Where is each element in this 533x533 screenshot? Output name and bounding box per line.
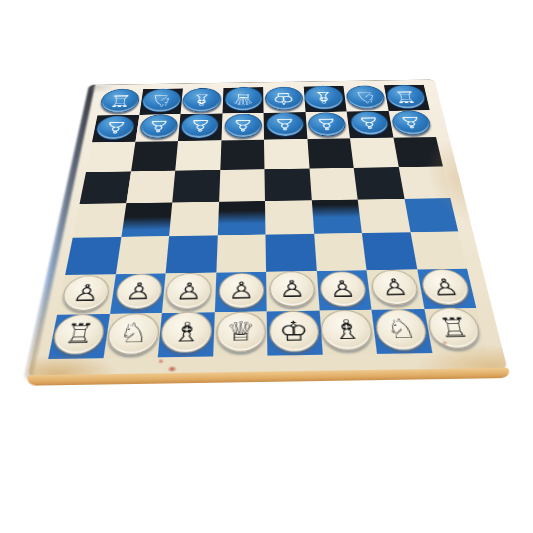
- photo-scene: ♖♘♗♕♔♗♘♖♙♙♙♙♙♙♙♙♙♙♙♙♙♙♙♙♖♘♗♕♔♗♘♖: [0, 0, 533, 533]
- piece-black-bishop-c8[interactable]: ♗: [182, 88, 222, 112]
- white-queen-icon: ♕: [226, 318, 256, 346]
- black-pawn-icon: ♙: [399, 115, 424, 131]
- square-f7[interactable]: ♙: [305, 111, 350, 139]
- square-d1[interactable]: ♕: [213, 312, 268, 357]
- square-c8[interactable]: ♗: [181, 88, 224, 114]
- square-f6[interactable]: [307, 139, 354, 169]
- square-d8[interactable]: ♕: [222, 87, 264, 113]
- white-pawn-icon: ♙: [328, 277, 357, 301]
- black-pawn-icon: ♙: [274, 116, 297, 132]
- square-g3[interactable]: [362, 232, 417, 270]
- piece-black-king-e8[interactable]: ♔: [265, 86, 304, 110]
- square-g4[interactable]: [358, 198, 410, 233]
- square-g8[interactable]: ♘: [343, 85, 388, 111]
- piece-black-pawn-b7[interactable]: ♙: [138, 114, 178, 139]
- black-bishop-icon: ♗: [190, 92, 214, 108]
- piece-white-pawn-e2[interactable]: ♙: [269, 271, 316, 307]
- square-h2[interactable]: ♙: [417, 269, 477, 310]
- piece-white-king-e1[interactable]: ♔: [268, 311, 320, 352]
- square-e4[interactable]: [265, 200, 314, 235]
- white-bishop-icon: ♗: [330, 316, 363, 344]
- piece-white-rook-h1[interactable]: ♖: [425, 308, 483, 349]
- square-a6[interactable]: [86, 142, 135, 172]
- piece-white-pawn-f2[interactable]: ♙: [319, 271, 368, 307]
- square-b2[interactable]: ♙: [109, 273, 165, 314]
- black-pawn-icon: ♙: [103, 119, 128, 135]
- piece-white-bishop-c1[interactable]: ♗: [160, 312, 213, 353]
- square-f5[interactable]: [309, 168, 358, 200]
- piece-white-rook-a1[interactable]: ♖: [50, 314, 107, 356]
- square-a1[interactable]: ♖: [48, 314, 109, 359]
- square-g2[interactable]: ♙: [367, 269, 424, 310]
- square-g5[interactable]: [354, 167, 404, 199]
- square-b5[interactable]: [126, 171, 175, 203]
- white-pawn-icon: ♙: [278, 277, 306, 301]
- square-a4[interactable]: [73, 203, 126, 238]
- black-pawn-icon: ♙: [189, 118, 212, 134]
- square-b4[interactable]: [121, 202, 172, 237]
- square-b7[interactable]: ♙: [135, 114, 181, 142]
- piece-white-pawn-g2[interactable]: ♙: [370, 269, 421, 305]
- piece-black-pawn-f7[interactable]: ♙: [307, 112, 347, 137]
- square-g1[interactable]: ♘: [372, 309, 432, 354]
- square-h5[interactable]: [398, 166, 450, 198]
- black-queen-icon: ♕: [232, 91, 255, 107]
- black-king-icon: ♔: [272, 90, 295, 106]
- board-side-edge: [26, 368, 511, 386]
- black-knight-icon: ♘: [149, 92, 174, 108]
- square-a8[interactable]: ♖: [97, 89, 142, 115]
- board-grid: ♖♘♗♕♔♗♘♖♙♙♙♙♙♙♙♙♙♙♙♙♙♙♙♙♖♘♗♕♔♗♘♖: [48, 85, 487, 359]
- white-knight-icon: ♘: [384, 316, 418, 344]
- square-a2[interactable]: ♙: [57, 274, 115, 315]
- square-d4[interactable]: [217, 201, 265, 236]
- square-c4[interactable]: [169, 201, 219, 236]
- white-pawn-icon: ♙: [71, 281, 102, 305]
- square-h3[interactable]: [410, 232, 467, 270]
- piece-white-pawn-d2[interactable]: ♙: [218, 273, 264, 309]
- white-pawn-icon: ♙: [175, 279, 203, 303]
- white-knight-icon: ♘: [117, 320, 150, 348]
- square-e2[interactable]: ♙: [266, 271, 319, 312]
- black-rook-icon: ♖: [393, 89, 419, 105]
- piece-white-knight-g1[interactable]: ♘: [374, 309, 430, 350]
- square-b6[interactable]: [131, 141, 178, 171]
- square-f3[interactable]: [314, 233, 367, 271]
- white-pawn-icon: ♙: [228, 279, 255, 303]
- square-e5[interactable]: [264, 168, 311, 200]
- piece-black-knight-g8[interactable]: ♘: [345, 85, 387, 109]
- square-d2[interactable]: ♙: [214, 272, 266, 313]
- piece-white-pawn-h2[interactable]: ♙: [419, 269, 472, 305]
- white-king-icon: ♔: [278, 318, 309, 346]
- square-h1[interactable]: ♖: [424, 309, 487, 354]
- square-c7[interactable]: ♙: [178, 113, 222, 141]
- piece-white-pawn-b2[interactable]: ♙: [114, 273, 163, 309]
- piece-black-rook-h8[interactable]: ♖: [385, 85, 428, 109]
- white-rook-icon: ♖: [436, 314, 471, 341]
- piece-black-pawn-d7[interactable]: ♙: [224, 113, 262, 138]
- square-f4[interactable]: [311, 199, 362, 234]
- square-e6[interactable]: [264, 139, 309, 169]
- square-c1[interactable]: ♗: [158, 313, 215, 358]
- square-h4[interactable]: [404, 198, 458, 233]
- piece-black-pawn-a7[interactable]: ♙: [94, 115, 135, 140]
- black-bishop-icon: ♗: [312, 89, 336, 105]
- piece-black-queen-d8[interactable]: ♕: [224, 87, 263, 111]
- piece-white-pawn-c2[interactable]: ♙: [165, 273, 213, 309]
- square-b1[interactable]: ♘: [103, 313, 162, 358]
- square-e3[interactable]: [265, 234, 316, 272]
- white-pawn-icon: ♙: [430, 275, 461, 299]
- square-h8[interactable]: ♖: [384, 85, 430, 111]
- white-bishop-icon: ♗: [170, 318, 202, 346]
- square-b8[interactable]: ♘: [139, 88, 183, 114]
- square-c2[interactable]: ♙: [162, 272, 216, 313]
- square-d5[interactable]: [219, 169, 265, 201]
- square-d3[interactable]: [216, 235, 266, 273]
- piece-black-pawn-g7[interactable]: ♙: [349, 111, 390, 135]
- black-rook-icon: ♖: [107, 93, 133, 109]
- piece-black-pawn-e7[interactable]: ♙: [266, 112, 304, 137]
- square-f8[interactable]: ♗: [303, 86, 346, 112]
- square-g7[interactable]: ♙: [347, 111, 393, 139]
- black-pawn-icon: ♙: [232, 117, 254, 133]
- chess-board-tile: ♖♘♗♕♔♗♘♖♙♙♙♙♙♙♙♙♙♙♙♙♙♙♙♙♖♘♗♕♔♗♘♖: [28, 79, 508, 377]
- piece-white-queen-d1[interactable]: ♕: [215, 311, 266, 352]
- white-rook-icon: ♖: [62, 320, 97, 348]
- white-pawn-icon: ♙: [380, 275, 410, 299]
- piece-black-rook-a8[interactable]: ♖: [99, 89, 141, 113]
- square-h6[interactable]: [393, 137, 443, 167]
- piece-white-bishop-f1[interactable]: ♗: [320, 309, 374, 350]
- square-e8[interactable]: ♔: [263, 87, 305, 113]
- black-pawn-icon: ♙: [147, 118, 171, 134]
- square-g6[interactable]: [350, 138, 398, 168]
- square-b3[interactable]: [115, 236, 169, 274]
- square-e1[interactable]: ♔: [267, 311, 323, 356]
- black-knight-icon: ♘: [353, 89, 378, 105]
- square-f2[interactable]: ♙: [316, 270, 371, 311]
- piece-black-pawn-h7[interactable]: ♙: [390, 110, 432, 134]
- square-a3[interactable]: [65, 237, 121, 275]
- piece-white-knight-b1[interactable]: ♘: [106, 313, 161, 355]
- piece-black-bishop-f8[interactable]: ♗: [304, 85, 344, 109]
- square-d6[interactable]: [220, 140, 265, 170]
- piece-white-pawn-a2[interactable]: ♙: [60, 275, 111, 311]
- square-e7[interactable]: ♙: [264, 112, 307, 140]
- square-c3[interactable]: [166, 236, 218, 274]
- square-c5[interactable]: [172, 170, 220, 202]
- square-a7[interactable]: ♙: [92, 115, 139, 143]
- square-d7[interactable]: ♙: [221, 113, 264, 141]
- black-pawn-icon: ♙: [315, 116, 339, 132]
- square-h7[interactable]: ♙: [388, 110, 436, 138]
- black-pawn-icon: ♙: [357, 115, 381, 131]
- piece-black-pawn-c7[interactable]: ♙: [180, 114, 219, 139]
- white-pawn-icon: ♙: [124, 279, 153, 303]
- piece-black-knight-b8[interactable]: ♘: [141, 88, 182, 112]
- square-c6[interactable]: [175, 141, 221, 171]
- square-a5[interactable]: [80, 171, 131, 203]
- square-f1[interactable]: ♗: [319, 310, 377, 355]
